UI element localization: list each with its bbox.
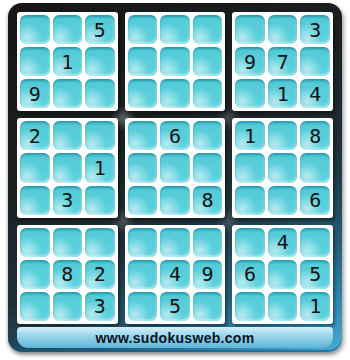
cell-r3c9[interactable]: 4 [300, 79, 330, 108]
cell-r2c9[interactable] [300, 47, 330, 76]
cell-r7c5[interactable] [160, 228, 190, 257]
cell-r8c6[interactable]: 9 [193, 260, 223, 289]
cell-r6c9[interactable]: 6 [300, 186, 330, 215]
box-4: 213 [17, 118, 118, 217]
box-3: 39714 [232, 12, 333, 111]
cell-r3c1[interactable]: 9 [20, 79, 50, 108]
cell-r9c2[interactable] [53, 292, 83, 321]
cell-r6c3[interactable] [85, 186, 115, 215]
cell-r4c6[interactable] [193, 121, 223, 150]
cell-r6c7[interactable] [235, 186, 265, 215]
cell-r7c9[interactable] [300, 228, 330, 257]
cell-r1c1[interactable] [20, 15, 50, 44]
cell-r8c2[interactable]: 8 [53, 260, 83, 289]
box-1: 519 [17, 12, 118, 111]
box-6: 186 [232, 118, 333, 217]
cell-r2c7[interactable]: 9 [235, 47, 265, 76]
cell-r4c8[interactable] [268, 121, 298, 150]
site-url: www.sudokusweb.com [96, 330, 255, 346]
cell-r8c3[interactable]: 2 [85, 260, 115, 289]
box-5: 68 [125, 118, 226, 217]
cell-r1c5[interactable] [160, 15, 190, 44]
cell-r7c6[interactable] [193, 228, 223, 257]
cell-r3c8[interactable]: 1 [268, 79, 298, 108]
cell-r4c9[interactable]: 8 [300, 121, 330, 150]
footer-bar: www.sudokusweb.com [17, 327, 333, 348]
cell-r5c1[interactable] [20, 153, 50, 182]
cell-r2c3[interactable] [85, 47, 115, 76]
cell-r5c3[interactable]: 1 [85, 153, 115, 182]
cell-r4c1[interactable]: 2 [20, 121, 50, 150]
cell-r9c8[interactable] [268, 292, 298, 321]
cell-r4c4[interactable] [128, 121, 158, 150]
box-7: 823 [17, 225, 118, 324]
cell-r6c5[interactable] [160, 186, 190, 215]
cell-r4c2[interactable] [53, 121, 83, 150]
cell-r8c8[interactable] [268, 260, 298, 289]
cell-r3c2[interactable] [53, 79, 83, 108]
cell-r7c2[interactable] [53, 228, 83, 257]
cell-r9c7[interactable] [235, 292, 265, 321]
cell-r2c5[interactable] [160, 47, 190, 76]
cell-r3c6[interactable] [193, 79, 223, 108]
cell-r8c1[interactable] [20, 260, 50, 289]
cell-r5c4[interactable] [128, 153, 158, 182]
cell-r3c4[interactable] [128, 79, 158, 108]
cell-r6c6[interactable]: 8 [193, 186, 223, 215]
cell-r2c1[interactable] [20, 47, 50, 76]
cell-r6c1[interactable] [20, 186, 50, 215]
cell-r9c6[interactable] [193, 292, 223, 321]
cell-r2c6[interactable] [193, 47, 223, 76]
cell-r6c2[interactable]: 3 [53, 186, 83, 215]
cell-r5c6[interactable] [193, 153, 223, 182]
cell-r4c3[interactable] [85, 121, 115, 150]
cell-r1c7[interactable] [235, 15, 265, 44]
cell-r9c9[interactable]: 1 [300, 292, 330, 321]
cell-r4c5[interactable]: 6 [160, 121, 190, 150]
cell-r8c9[interactable]: 5 [300, 260, 330, 289]
cell-r9c5[interactable]: 5 [160, 292, 190, 321]
cell-r5c9[interactable] [300, 153, 330, 182]
board-frame: 51939714213681868234954651 www.sudokuswe… [8, 3, 342, 352]
cell-r8c4[interactable] [128, 260, 158, 289]
cell-r9c4[interactable] [128, 292, 158, 321]
box-2 [125, 12, 226, 111]
cell-r5c7[interactable] [235, 153, 265, 182]
cell-r2c4[interactable] [128, 47, 158, 76]
cell-r1c8[interactable] [268, 15, 298, 44]
cell-r7c3[interactable] [85, 228, 115, 257]
cell-r5c5[interactable] [160, 153, 190, 182]
cell-r4c7[interactable]: 1 [235, 121, 265, 150]
cell-r1c9[interactable]: 3 [300, 15, 330, 44]
sudoku-widget: 51939714213681868234954651 www.sudokuswe… [0, 0, 350, 360]
sudoku-grid: 51939714213681868234954651 [17, 12, 333, 324]
box-9: 4651 [232, 225, 333, 324]
cell-r3c7[interactable] [235, 79, 265, 108]
cell-r1c3[interactable]: 5 [85, 15, 115, 44]
cell-r9c1[interactable] [20, 292, 50, 321]
cell-r7c4[interactable] [128, 228, 158, 257]
cell-r7c7[interactable] [235, 228, 265, 257]
cell-r1c6[interactable] [193, 15, 223, 44]
cell-r2c8[interactable]: 7 [268, 47, 298, 76]
cell-r5c8[interactable] [268, 153, 298, 182]
cell-r1c2[interactable] [53, 15, 83, 44]
cell-r8c7[interactable]: 6 [235, 260, 265, 289]
cell-r6c8[interactable] [268, 186, 298, 215]
cell-r7c8[interactable]: 4 [268, 228, 298, 257]
cell-r8c5[interactable]: 4 [160, 260, 190, 289]
cell-r6c4[interactable] [128, 186, 158, 215]
cell-r3c3[interactable] [85, 79, 115, 108]
cell-r2c2[interactable]: 1 [53, 47, 83, 76]
cell-r1c4[interactable] [128, 15, 158, 44]
box-8: 495 [125, 225, 226, 324]
cell-r7c1[interactable] [20, 228, 50, 257]
cell-r9c3[interactable]: 3 [85, 292, 115, 321]
cell-r5c2[interactable] [53, 153, 83, 182]
cell-r3c5[interactable] [160, 79, 190, 108]
